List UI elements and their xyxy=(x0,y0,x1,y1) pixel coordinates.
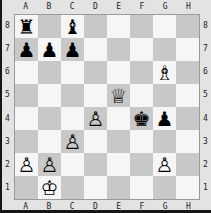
square-a7[interactable]: ♟ xyxy=(15,38,38,61)
piece-black-pawn-c7: ♟ xyxy=(64,40,82,60)
piece-white-king-b1: ♔ xyxy=(41,178,59,198)
file-label-a-bottom: A xyxy=(14,203,37,211)
rank-label-3-left: 3 xyxy=(2,130,13,153)
square-c5[interactable] xyxy=(61,84,84,107)
square-e6[interactable] xyxy=(107,61,130,84)
square-d1[interactable] xyxy=(84,176,107,199)
rank-label-4-right: 4 xyxy=(200,107,211,130)
square-h6[interactable] xyxy=(176,61,199,84)
square-f6[interactable] xyxy=(130,61,153,84)
square-g1[interactable] xyxy=(153,176,176,199)
square-a8[interactable]: ♜ xyxy=(15,15,38,38)
square-e7[interactable] xyxy=(107,38,130,61)
square-g8[interactable] xyxy=(153,15,176,38)
piece-white-pawn-g2: ♙ xyxy=(156,155,174,175)
square-b3[interactable] xyxy=(38,130,61,153)
square-e2[interactable] xyxy=(107,153,130,176)
square-c1[interactable] xyxy=(61,176,84,199)
piece-white-pawn-c3: ♙ xyxy=(64,132,82,152)
square-c8[interactable]: ♝ xyxy=(61,15,84,38)
square-d3[interactable] xyxy=(84,130,107,153)
rank-label-4-left: 4 xyxy=(2,107,13,130)
piece-white-pawn-a2: ♙ xyxy=(18,155,36,175)
piece-black-bishop-c8: ♝ xyxy=(64,17,82,37)
square-c4[interactable] xyxy=(61,107,84,130)
square-f1[interactable] xyxy=(130,176,153,199)
square-a1[interactable] xyxy=(15,176,38,199)
rank-label-3-right: 3 xyxy=(200,130,211,153)
rank-label-7-left: 7 xyxy=(2,37,13,60)
chess-board: ♜♝♟♟♟♗♕♙♚♟♙♙♙♙♔ xyxy=(14,14,200,200)
square-e3[interactable] xyxy=(107,130,130,153)
file-label-f-bottom: F xyxy=(130,203,153,211)
rank-labels-right: 87654321 xyxy=(200,14,211,200)
square-h4[interactable] xyxy=(176,107,199,130)
rank-label-6-right: 6 xyxy=(200,61,211,84)
square-e4[interactable] xyxy=(107,107,130,130)
square-g2[interactable]: ♙ xyxy=(153,153,176,176)
square-h8[interactable] xyxy=(176,15,199,38)
rank-label-7-right: 7 xyxy=(200,37,211,60)
square-g3[interactable] xyxy=(153,130,176,153)
square-b4[interactable] xyxy=(38,107,61,130)
rank-label-8-right: 8 xyxy=(200,14,211,37)
file-label-h-bottom: H xyxy=(177,203,200,211)
file-label-h-top: H xyxy=(177,3,200,11)
rank-label-1-right: 1 xyxy=(200,177,211,200)
piece-black-pawn-a7: ♟ xyxy=(18,40,36,60)
square-f3[interactable] xyxy=(130,130,153,153)
square-d7[interactable] xyxy=(84,38,107,61)
rank-label-8-left: 8 xyxy=(2,14,13,37)
file-label-g-bottom: G xyxy=(154,203,177,211)
square-d4[interactable]: ♙ xyxy=(84,107,107,130)
square-h5[interactable] xyxy=(176,84,199,107)
file-label-e-bottom: E xyxy=(107,203,130,211)
piece-black-king-f4: ♚ xyxy=(133,109,151,129)
file-label-f-top: F xyxy=(130,3,153,11)
rank-label-5-left: 5 xyxy=(2,84,13,107)
file-label-g-top: G xyxy=(154,3,177,11)
square-d2[interactable] xyxy=(84,153,107,176)
rank-label-2-left: 2 xyxy=(2,154,13,177)
square-g5[interactable] xyxy=(153,84,176,107)
square-c7[interactable]: ♟ xyxy=(61,38,84,61)
square-f7[interactable] xyxy=(130,38,153,61)
square-b5[interactable] xyxy=(38,84,61,107)
square-a2[interactable]: ♙ xyxy=(15,153,38,176)
square-b8[interactable] xyxy=(38,15,61,38)
file-label-c-bottom: C xyxy=(61,203,84,211)
square-h3[interactable] xyxy=(176,130,199,153)
rank-label-1-left: 1 xyxy=(2,177,13,200)
file-labels-bottom: ABCDEFGH xyxy=(14,201,200,212)
rank-labels-left: 87654321 xyxy=(2,14,13,200)
piece-black-rook-a8: ♜ xyxy=(18,17,36,37)
piece-black-pawn-g4: ♟ xyxy=(156,109,174,129)
square-h1[interactable] xyxy=(176,176,199,199)
piece-white-pawn-b2: ♙ xyxy=(41,155,59,175)
file-label-a-top: A xyxy=(14,3,37,11)
square-d6[interactable] xyxy=(84,61,107,84)
square-f5[interactable] xyxy=(130,84,153,107)
square-a6[interactable] xyxy=(15,61,38,84)
square-f4[interactable]: ♚ xyxy=(130,107,153,130)
square-f8[interactable] xyxy=(130,15,153,38)
square-b2[interactable]: ♙ xyxy=(38,153,61,176)
file-label-b-top: B xyxy=(37,3,60,11)
square-d5[interactable] xyxy=(84,84,107,107)
square-g7[interactable] xyxy=(153,38,176,61)
piece-white-bishop-g6: ♗ xyxy=(156,63,174,83)
file-label-e-top: E xyxy=(107,3,130,11)
square-a3[interactable] xyxy=(15,130,38,153)
file-labels-top: ABCDEFGH xyxy=(14,1,200,12)
rank-label-2-right: 2 xyxy=(200,154,211,177)
square-c6[interactable] xyxy=(61,61,84,84)
square-h2[interactable] xyxy=(176,153,199,176)
file-label-b-bottom: B xyxy=(37,203,60,211)
square-e1[interactable] xyxy=(107,176,130,199)
rank-label-6-left: 6 xyxy=(2,61,13,84)
square-c2[interactable] xyxy=(61,153,84,176)
piece-white-queen-e5: ♕ xyxy=(110,86,128,106)
piece-black-pawn-b7: ♟ xyxy=(41,40,59,60)
file-label-c-top: C xyxy=(61,3,84,11)
square-e8[interactable] xyxy=(107,15,130,38)
square-c3[interactable]: ♙ xyxy=(61,130,84,153)
file-label-d-bottom: D xyxy=(84,203,107,211)
square-b1[interactable]: ♔ xyxy=(38,176,61,199)
square-f2[interactable] xyxy=(130,153,153,176)
square-g4[interactable]: ♟ xyxy=(153,107,176,130)
square-b6[interactable] xyxy=(38,61,61,84)
file-label-d-top: D xyxy=(84,3,107,11)
square-g6[interactable]: ♗ xyxy=(153,61,176,84)
square-h7[interactable] xyxy=(176,38,199,61)
square-e5[interactable]: ♕ xyxy=(107,84,130,107)
piece-white-pawn-d4: ♙ xyxy=(87,109,105,129)
chess-diagram: ABCDEFGH 87654321 87654321 ABCDEFGH ♜♝♟♟… xyxy=(0,0,211,213)
square-a5[interactable] xyxy=(15,84,38,107)
rank-label-5-right: 5 xyxy=(200,84,211,107)
square-d8[interactable] xyxy=(84,15,107,38)
square-a4[interactable] xyxy=(15,107,38,130)
square-b7[interactable]: ♟ xyxy=(38,38,61,61)
